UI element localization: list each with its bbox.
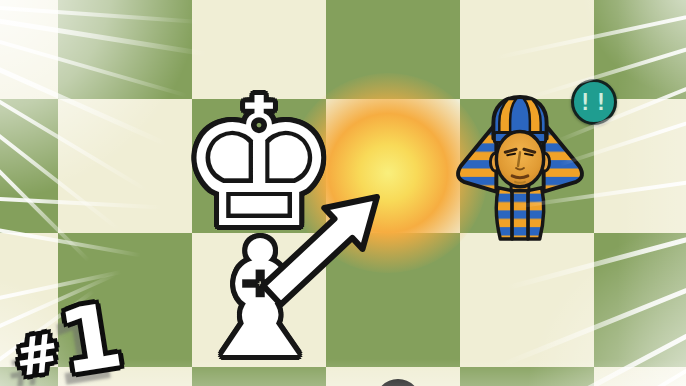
board-square[interactable] [326, 99, 460, 233]
board-square[interactable] [326, 233, 460, 367]
board-square[interactable] [460, 367, 594, 386]
board-square[interactable] [58, 0, 192, 99]
white-bishop-glyph: ♝ [188, 220, 331, 380]
white-bishop-piece[interactable]: ♝ [190, 226, 330, 374]
rank-number: 1 [55, 298, 127, 381]
board-square[interactable] [594, 367, 686, 386]
chest-panel [512, 191, 528, 239]
board-square[interactable] [460, 0, 594, 99]
thumbnail-stage: ♚ ♝ [0, 0, 686, 386]
brilliant-move-badge: !! [571, 79, 617, 125]
board-square[interactable] [594, 233, 686, 367]
board-square[interactable] [0, 0, 58, 99]
board-square[interactable] [0, 99, 58, 233]
left-lappet [496, 188, 512, 239]
hash-sign: # [12, 329, 62, 382]
brilliant-badge-label: !! [578, 89, 610, 115]
right-lappet [528, 188, 544, 239]
board-square[interactable] [326, 0, 460, 99]
board-square[interactable] [58, 99, 192, 233]
board-square[interactable] [460, 233, 594, 367]
rank-caption: # 1 [9, 298, 127, 386]
pharaoh-piece[interactable] [451, 93, 589, 243]
